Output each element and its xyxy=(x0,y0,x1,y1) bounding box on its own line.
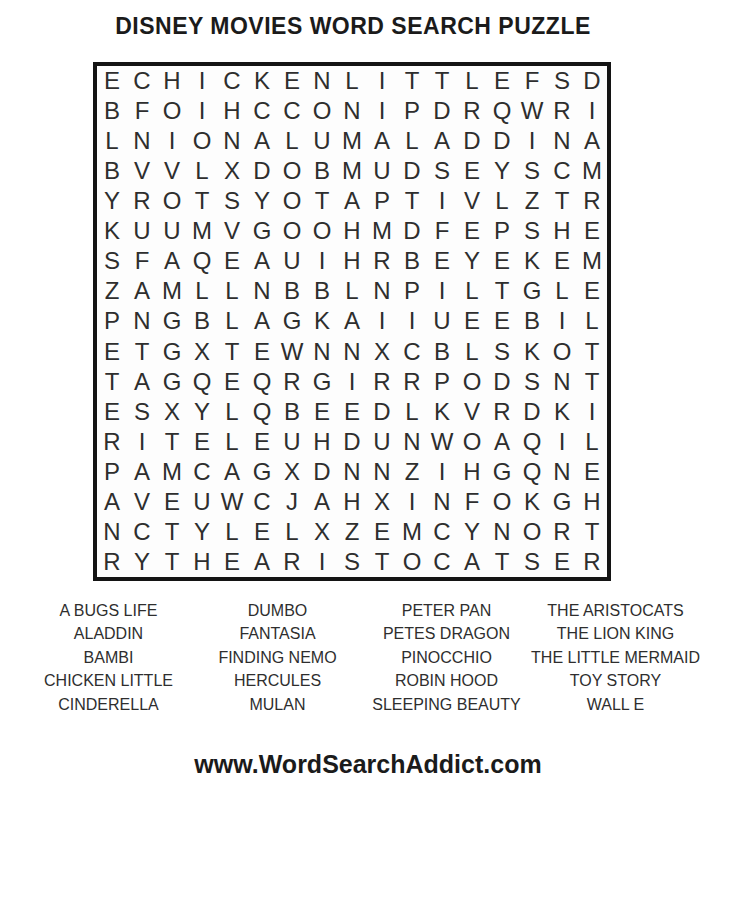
grid-cell-r15c8[interactable]: A xyxy=(307,487,337,517)
grid-cell-r7c1[interactable]: S xyxy=(97,246,127,276)
grid-cell-r6c4[interactable]: M xyxy=(187,216,217,246)
grid-cell-r7c13[interactable]: Y xyxy=(457,246,487,276)
grid-cell-r9c17[interactable]: L xyxy=(577,306,607,336)
grid-cell-r5c1[interactable]: Y xyxy=(97,186,127,216)
grid-cell-r10c5[interactable]: T xyxy=(217,337,247,367)
grid-cell-r1c5[interactable]: C xyxy=(217,66,247,96)
grid-cell-r17c10[interactable]: T xyxy=(367,547,397,577)
grid-cell-r4c5[interactable]: X xyxy=(217,156,247,186)
grid-cell-r12c8[interactable]: E xyxy=(307,397,337,427)
grid-cell-r16c11[interactable]: M xyxy=(397,517,427,547)
grid-cell-r6c11[interactable]: D xyxy=(397,216,427,246)
grid-cell-r16c14[interactable]: N xyxy=(487,517,517,547)
grid-cell-r2c9[interactable]: N xyxy=(337,96,367,126)
grid-cell-r6c2[interactable]: U xyxy=(127,216,157,246)
grid-cell-r13c13[interactable]: O xyxy=(457,427,487,457)
grid-cell-r14c6[interactable]: G xyxy=(247,457,277,487)
grid-cell-r6c7[interactable]: O xyxy=(277,216,307,246)
grid-cell-r3c14[interactable]: D xyxy=(487,126,517,156)
grid-cell-r10c14[interactable]: S xyxy=(487,337,517,367)
grid-cell-r8c15[interactable]: G xyxy=(517,276,547,306)
grid-cell-r10c16[interactable]: O xyxy=(547,337,577,367)
grid-cell-r9c12[interactable]: U xyxy=(427,306,457,336)
grid-cell-r17c9[interactable]: S xyxy=(337,547,367,577)
grid-cell-r13c4[interactable]: E xyxy=(187,427,217,457)
grid-cell-r7c16[interactable]: E xyxy=(547,246,577,276)
grid-cell-r16c13[interactable]: Y xyxy=(457,517,487,547)
grid-cell-r11c7[interactable]: R xyxy=(277,367,307,397)
grid-cell-r9c4[interactable]: B xyxy=(187,306,217,336)
grid-cell-r1c9[interactable]: L xyxy=(337,66,367,96)
grid-cell-r14c9[interactable]: N xyxy=(337,457,367,487)
grid-cell-r12c2[interactable]: S xyxy=(127,397,157,427)
grid-cell-r7c9[interactable]: H xyxy=(337,246,367,276)
grid-cell-r12c13[interactable]: V xyxy=(457,397,487,427)
grid-cell-r5c13[interactable]: V xyxy=(457,186,487,216)
word-item: HERCULES xyxy=(193,669,362,692)
word-item: PETES DRAGON xyxy=(362,622,531,645)
grid-cell-r15c10[interactable]: X xyxy=(367,487,397,517)
grid-cell-r15c12[interactable]: N xyxy=(427,487,457,517)
grid-cell-r10c17[interactable]: T xyxy=(577,337,607,367)
grid-cell-r4c15[interactable]: S xyxy=(517,156,547,186)
grid-cell-r17c11[interactable]: O xyxy=(397,547,427,577)
grid-cell-r7c7[interactable]: U xyxy=(277,246,307,276)
grid-cell-r13c9[interactable]: D xyxy=(337,427,367,457)
grid-cell-r13c11[interactable]: N xyxy=(397,427,427,457)
grid-cell-r1c10[interactable]: I xyxy=(367,66,397,96)
grid-cell-r3c1[interactable]: L xyxy=(97,126,127,156)
grid-cell-r13c5[interactable]: L xyxy=(217,427,247,457)
grid-cell-r10c9[interactable]: N xyxy=(337,337,367,367)
grid-cell-r15c2[interactable]: V xyxy=(127,487,157,517)
grid-cell-r17c5[interactable]: E xyxy=(217,547,247,577)
grid-cell-r2c6[interactable]: C xyxy=(247,96,277,126)
grid-cell-r12c12[interactable]: K xyxy=(427,397,457,427)
grid-cell-r4c11[interactable]: D xyxy=(397,156,427,186)
grid-cell-r6c8[interactable]: O xyxy=(307,216,337,246)
grid-cell-r4c2[interactable]: V xyxy=(127,156,157,186)
grid-cell-r1c6[interactable]: K xyxy=(247,66,277,96)
grid-cell-r11c14[interactable]: D xyxy=(487,367,517,397)
grid-cell-r9c13[interactable]: E xyxy=(457,306,487,336)
grid-cell-r10c6[interactable]: E xyxy=(247,337,277,367)
grid-cell-r2c5[interactable]: H xyxy=(217,96,247,126)
grid-cell-r7c3[interactable]: A xyxy=(157,246,187,276)
grid-cell-r8c10[interactable]: N xyxy=(367,276,397,306)
grid-cell-r1c4[interactable]: I xyxy=(187,66,217,96)
grid-cell-r15c3[interactable]: E xyxy=(157,487,187,517)
grid-cell-r17c17[interactable]: R xyxy=(577,547,607,577)
grid-cell-r14c11[interactable]: Z xyxy=(397,457,427,487)
grid-cell-r15c7[interactable]: J xyxy=(277,487,307,517)
grid-cell-r12c3[interactable]: X xyxy=(157,397,187,427)
grid-cell-r4c10[interactable]: U xyxy=(367,156,397,186)
grid-cell-r14c10[interactable]: N xyxy=(367,457,397,487)
grid-cell-r3c9[interactable]: M xyxy=(337,126,367,156)
grid-cell-r16c2[interactable]: C xyxy=(127,517,157,547)
grid-cell-r4c9[interactable]: M xyxy=(337,156,367,186)
grid-cell-r4c7[interactable]: O xyxy=(277,156,307,186)
grid-cell-r5c3[interactable]: O xyxy=(157,186,187,216)
grid-cell-r16c10[interactable]: E xyxy=(367,517,397,547)
grid-cell-r7c8[interactable]: I xyxy=(307,246,337,276)
grid-cell-r11c3[interactable]: G xyxy=(157,367,187,397)
grid-cell-r2c16[interactable]: R xyxy=(547,96,577,126)
word-item: TOY STORY xyxy=(531,669,700,692)
grid-cell-r9c16[interactable]: I xyxy=(547,306,577,336)
grid-cell-r14c7[interactable]: X xyxy=(277,457,307,487)
grid-cell-r14c8[interactable]: D xyxy=(307,457,337,487)
word-list-column-2: DUMBOFANTASIAFINDING NEMOHERCULESMULAN xyxy=(193,599,362,716)
grid-cell-r14c3[interactable]: M xyxy=(157,457,187,487)
grid-cell-r6c10[interactable]: M xyxy=(367,216,397,246)
grid-cell-r12c5[interactable]: L xyxy=(217,397,247,427)
grid-cell-r2c14[interactable]: Q xyxy=(487,96,517,126)
grid-cell-r6c17[interactable]: E xyxy=(577,216,607,246)
grid-cell-r5c4[interactable]: T xyxy=(187,186,217,216)
grid-cell-r12c16[interactable]: K xyxy=(547,397,577,427)
grid-cell-r14c1[interactable]: P xyxy=(97,457,127,487)
grid-cell-r10c7[interactable]: W xyxy=(277,337,307,367)
grid-cell-r7c6[interactable]: A xyxy=(247,246,277,276)
grid-cell-r9c15[interactable]: B xyxy=(517,306,547,336)
grid-cell-r15c15[interactable]: K xyxy=(517,487,547,517)
grid-cell-r9c5[interactable]: L xyxy=(217,306,247,336)
grid-cell-r16c16[interactable]: R xyxy=(547,517,577,547)
grid-cell-r1c14[interactable]: E xyxy=(487,66,517,96)
grid-cell-r15c11[interactable]: I xyxy=(397,487,427,517)
grid-cell-r12c10[interactable]: D xyxy=(367,397,397,427)
grid-cell-r8c3[interactable]: M xyxy=(157,276,187,306)
grid-cell-r8c8[interactable]: B xyxy=(307,276,337,306)
grid-cell-r15c17[interactable]: H xyxy=(577,487,607,517)
grid-cell-r2c15[interactable]: W xyxy=(517,96,547,126)
grid-cell-r17c2[interactable]: Y xyxy=(127,547,157,577)
word-item: CHICKEN LITTLE xyxy=(24,669,193,692)
grid-cell-r8c4[interactable]: L xyxy=(187,276,217,306)
grid-cell-r2c13[interactable]: R xyxy=(457,96,487,126)
grid-cell-r13c6[interactable]: E xyxy=(247,427,277,457)
grid-cell-r8c7[interactable]: B xyxy=(277,276,307,306)
grid-cell-r3c2[interactable]: N xyxy=(127,126,157,156)
grid-cell-r3c8[interactable]: U xyxy=(307,126,337,156)
grid-cell-r11c8[interactable]: G xyxy=(307,367,337,397)
grid-cell-r11c13[interactable]: O xyxy=(457,367,487,397)
grid-cell-r3c7[interactable]: L xyxy=(277,126,307,156)
grid-cell-r15c6[interactable]: C xyxy=(247,487,277,517)
grid-cell-r13c16[interactable]: I xyxy=(547,427,577,457)
grid-cell-r17c7[interactable]: R xyxy=(277,547,307,577)
grid-cell-r8c16[interactable]: L xyxy=(547,276,577,306)
grid-cell-r14c12[interactable]: I xyxy=(427,457,457,487)
grid-cell-r11c9[interactable]: I xyxy=(337,367,367,397)
grid-cell-r4c4[interactable]: L xyxy=(187,156,217,186)
grid-cell-r13c14[interactable]: A xyxy=(487,427,517,457)
grid-cell-r9c1[interactable]: P xyxy=(97,306,127,336)
grid-cell-r17c8[interactable]: I xyxy=(307,547,337,577)
grid-cell-r2c17[interactable]: I xyxy=(577,96,607,126)
grid-cell-r11c15[interactable]: S xyxy=(517,367,547,397)
grid-cell-r17c16[interactable]: E xyxy=(547,547,577,577)
grid-cell-r4c3[interactable]: V xyxy=(157,156,187,186)
grid-cell-r5c8[interactable]: T xyxy=(307,186,337,216)
grid-cell-r12c7[interactable]: B xyxy=(277,397,307,427)
grid-cell-r14c17[interactable]: E xyxy=(577,457,607,487)
grid-cell-r10c10[interactable]: X xyxy=(367,337,397,367)
grid-cell-r10c4[interactable]: X xyxy=(187,337,217,367)
grid-cell-r7c14[interactable]: E xyxy=(487,246,517,276)
grid-cell-r10c3[interactable]: G xyxy=(157,337,187,367)
grid-cell-r1c2[interactable]: C xyxy=(127,66,157,96)
grid-cell-r17c6[interactable]: A xyxy=(247,547,277,577)
grid-cell-r6c3[interactable]: U xyxy=(157,216,187,246)
grid-cell-r4c13[interactable]: E xyxy=(457,156,487,186)
grid-cell-r4c17[interactable]: M xyxy=(577,156,607,186)
grid-cell-r13c7[interactable]: U xyxy=(277,427,307,457)
grid-cell-r2c10[interactable]: I xyxy=(367,96,397,126)
grid-cell-r16c7[interactable]: L xyxy=(277,517,307,547)
grid-cell-r6c13[interactable]: E xyxy=(457,216,487,246)
grid-cell-r15c9[interactable]: H xyxy=(337,487,367,517)
grid-cell-r8c9[interactable]: L xyxy=(337,276,367,306)
grid-cell-r9c9[interactable]: A xyxy=(337,306,367,336)
grid-cell-r13c8[interactable]: H xyxy=(307,427,337,457)
grid-cell-r11c1[interactable]: T xyxy=(97,367,127,397)
grid-cell-r2c11[interactable]: P xyxy=(397,96,427,126)
word-item: PETER PAN xyxy=(362,599,531,622)
grid-cell-r11c11[interactable]: R xyxy=(397,367,427,397)
grid-cell-r8c17[interactable]: E xyxy=(577,276,607,306)
grid-cell-r3c12[interactable]: A xyxy=(427,126,457,156)
grid-cell-r8c2[interactable]: A xyxy=(127,276,157,306)
grid-cell-r10c13[interactable]: L xyxy=(457,337,487,367)
grid-cell-r14c16[interactable]: N xyxy=(547,457,577,487)
grid-cell-r15c14[interactable]: O xyxy=(487,487,517,517)
grid-cell-r11c12[interactable]: P xyxy=(427,367,457,397)
grid-cell-r16c17[interactable]: T xyxy=(577,517,607,547)
grid-cell-r1c3[interactable]: H xyxy=(157,66,187,96)
grid-cell-r7c11[interactable]: B xyxy=(397,246,427,276)
grid-cell-r8c1[interactable]: Z xyxy=(97,276,127,306)
grid-cell-r4c6[interactable]: D xyxy=(247,156,277,186)
grid-cell-r7c4[interactable]: Q xyxy=(187,246,217,276)
grid-cell-r12c6[interactable]: Q xyxy=(247,397,277,427)
grid-cell-r14c15[interactable]: Q xyxy=(517,457,547,487)
grid-cell-r10c12[interactable]: B xyxy=(427,337,457,367)
grid-cell-r2c3[interactable]: O xyxy=(157,96,187,126)
grid-cell-r1c7[interactable]: E xyxy=(277,66,307,96)
grid-cell-r8c13[interactable]: L xyxy=(457,276,487,306)
grid-cell-r1c11[interactable]: T xyxy=(397,66,427,96)
grid-cell-r2c8[interactable]: O xyxy=(307,96,337,126)
grid-cell-r4c8[interactable]: B xyxy=(307,156,337,186)
grid-cell-r13c1[interactable]: R xyxy=(97,427,127,457)
grid-cell-r2c7[interactable]: C xyxy=(277,96,307,126)
grid-cell-r1c16[interactable]: S xyxy=(547,66,577,96)
grid-cell-r12c11[interactable]: L xyxy=(397,397,427,427)
grid-cell-r11c5[interactable]: E xyxy=(217,367,247,397)
grid-cell-r1c13[interactable]: L xyxy=(457,66,487,96)
grid-cell-r12c17[interactable]: I xyxy=(577,397,607,427)
grid-cell-r3c15[interactable]: I xyxy=(517,126,547,156)
grid-cell-r5c2[interactable]: R xyxy=(127,186,157,216)
grid-cell-r15c4[interactable]: U xyxy=(187,487,217,517)
grid-cell-r16c6[interactable]: E xyxy=(247,517,277,547)
grid-cell-r16c12[interactable]: C xyxy=(427,517,457,547)
grid-cell-r5c5[interactable]: S xyxy=(217,186,247,216)
grid-cell-r13c10[interactable]: U xyxy=(367,427,397,457)
grid-cell-r5c12[interactable]: I xyxy=(427,186,457,216)
grid-cell-r7c17[interactable]: M xyxy=(577,246,607,276)
grid-cell-r16c9[interactable]: Z xyxy=(337,517,367,547)
grid-cell-r3c17[interactable]: A xyxy=(577,126,607,156)
grid-cell-r15c13[interactable]: F xyxy=(457,487,487,517)
grid-cell-r6c6[interactable]: G xyxy=(247,216,277,246)
grid-cell-r12c9[interactable]: E xyxy=(337,397,367,427)
grid-cell-r1c15[interactable]: F xyxy=(517,66,547,96)
grid-cell-r7c12[interactable]: E xyxy=(427,246,457,276)
grid-cell-r5c14[interactable]: L xyxy=(487,186,517,216)
grid-cell-r17c15[interactable]: S xyxy=(517,547,547,577)
word-item: WALL E xyxy=(531,693,700,716)
grid-cell-r4c16[interactable]: C xyxy=(547,156,577,186)
grid-cell-r5c11[interactable]: T xyxy=(397,186,427,216)
grid-cell-r4c1[interactable]: B xyxy=(97,156,127,186)
word-item: CINDERELLA xyxy=(24,693,193,716)
grid-cell-r11c17[interactable]: T xyxy=(577,367,607,397)
grid-cell-r5c7[interactable]: O xyxy=(277,186,307,216)
grid-cell-r2c1[interactable]: B xyxy=(97,96,127,126)
grid-cell-r7c2[interactable]: F xyxy=(127,246,157,276)
grid-cell-r9c3[interactable]: G xyxy=(157,306,187,336)
grid-cell-r11c2[interactable]: A xyxy=(127,367,157,397)
grid-cell-r16c15[interactable]: O xyxy=(517,517,547,547)
grid-cell-r2c4[interactable]: I xyxy=(187,96,217,126)
grid-cell-r3c4[interactable]: O xyxy=(187,126,217,156)
grid-cell-r9c8[interactable]: K xyxy=(307,306,337,336)
grid-cell-r9c10[interactable]: I xyxy=(367,306,397,336)
grid-cell-r16c4[interactable]: Y xyxy=(187,517,217,547)
grid-cell-r5c9[interactable]: A xyxy=(337,186,367,216)
grid-cell-r15c16[interactable]: G xyxy=(547,487,577,517)
grid-cell-r15c1[interactable]: A xyxy=(97,487,127,517)
grid-cell-r9c6[interactable]: A xyxy=(247,306,277,336)
grid-cell-r16c8[interactable]: X xyxy=(307,517,337,547)
grid-cell-r4c12[interactable]: S xyxy=(427,156,457,186)
grid-cell-r8c12[interactable]: I xyxy=(427,276,457,306)
grid-cell-r3c11[interactable]: L xyxy=(397,126,427,156)
grid-cell-r16c5[interactable]: L xyxy=(217,517,247,547)
grid-cell-r13c2[interactable]: I xyxy=(127,427,157,457)
grid-cell-r1c1[interactable]: E xyxy=(97,66,127,96)
grid-cell-r8c14[interactable]: T xyxy=(487,276,517,306)
grid-cell-r16c1[interactable]: N xyxy=(97,517,127,547)
grid-cell-r2c2[interactable]: F xyxy=(127,96,157,126)
grid-cell-r5c6[interactable]: Y xyxy=(247,186,277,216)
grid-cell-r10c8[interactable]: N xyxy=(307,337,337,367)
grid-cell-r9c7[interactable]: G xyxy=(277,306,307,336)
grid-cell-r3c13[interactable]: D xyxy=(457,126,487,156)
grid-cell-r14c4[interactable]: C xyxy=(187,457,217,487)
grid-cell-r11c6[interactable]: Q xyxy=(247,367,277,397)
grid-cell-r9c2[interactable]: N xyxy=(127,306,157,336)
grid-cell-r12c1[interactable]: E xyxy=(97,397,127,427)
grid-cell-r15c5[interactable]: W xyxy=(217,487,247,517)
grid-cell-r12c15[interactable]: D xyxy=(517,397,547,427)
grid-cell-r17c12[interactable]: C xyxy=(427,547,457,577)
grid-cell-r17c14[interactable]: T xyxy=(487,547,517,577)
grid-cell-r9c11[interactable]: I xyxy=(397,306,427,336)
grid-cell-r2c12[interactable]: D xyxy=(427,96,457,126)
grid-cell-r4c14[interactable]: Y xyxy=(487,156,517,186)
grid-cell-r6c16[interactable]: H xyxy=(547,216,577,246)
grid-cell-r10c15[interactable]: K xyxy=(517,337,547,367)
grid-cell-r10c11[interactable]: C xyxy=(397,337,427,367)
grid-cell-r8c11[interactable]: P xyxy=(397,276,427,306)
grid-cell-r11c10[interactable]: R xyxy=(367,367,397,397)
grid-cell-r13c12[interactable]: W xyxy=(427,427,457,457)
grid-cell-r1c12[interactable]: T xyxy=(427,66,457,96)
grid-cell-r3c16[interactable]: N xyxy=(547,126,577,156)
grid-cell-r16c3[interactable]: T xyxy=(157,517,187,547)
grid-cell-r11c16[interactable]: N xyxy=(547,367,577,397)
grid-cell-r10c1[interactable]: E xyxy=(97,337,127,367)
grid-cell-r7c15[interactable]: K xyxy=(517,246,547,276)
word-item: THE ARISTOCATS xyxy=(531,599,700,622)
grid-cell-r14c14[interactable]: G xyxy=(487,457,517,487)
grid-cell-r8c5[interactable]: L xyxy=(217,276,247,306)
grid-cell-r13c15[interactable]: Q xyxy=(517,427,547,457)
grid-cell-r3c5[interactable]: N xyxy=(217,126,247,156)
grid-cell-r6c1[interactable]: K xyxy=(97,216,127,246)
grid-cell-r5c16[interactable]: T xyxy=(547,186,577,216)
grid-cell-r1c17[interactable]: D xyxy=(577,66,607,96)
grid-cell-r6c12[interactable]: F xyxy=(427,216,457,246)
word-search-page: DISNEY MOVIES WORD SEARCH PUZZLE ECHICKE… xyxy=(0,0,736,920)
grid-cell-r14c2[interactable]: A xyxy=(127,457,157,487)
grid-cell-r17c4[interactable]: H xyxy=(187,547,217,577)
grid-cell-r5c17[interactable]: R xyxy=(577,186,607,216)
grid-cell-r7c5[interactable]: E xyxy=(217,246,247,276)
grid-cell-r13c3[interactable]: T xyxy=(157,427,187,457)
grid-cell-r6c15[interactable]: S xyxy=(517,216,547,246)
grid-cell-r13c17[interactable]: L xyxy=(577,427,607,457)
grid-cell-r7c10[interactable]: R xyxy=(367,246,397,276)
grid-cell-r5c15[interactable]: Z xyxy=(517,186,547,216)
grid-cell-r3c6[interactable]: A xyxy=(247,126,277,156)
grid-cell-r5c10[interactable]: P xyxy=(367,186,397,216)
grid-cell-r14c13[interactable]: H xyxy=(457,457,487,487)
grid-cell-r9c14[interactable]: E xyxy=(487,306,517,336)
grid-cell-r6c14[interactable]: P xyxy=(487,216,517,246)
grid-cell-r6c5[interactable]: V xyxy=(217,216,247,246)
grid-cell-r17c3[interactable]: T xyxy=(157,547,187,577)
grid-cell-r11c4[interactable]: Q xyxy=(187,367,217,397)
grid-cell-r12c14[interactable]: R xyxy=(487,397,517,427)
grid-cell-r14c5[interactable]: A xyxy=(217,457,247,487)
grid-cell-r1c8[interactable]: N xyxy=(307,66,337,96)
grid-cell-r17c1[interactable]: R xyxy=(97,547,127,577)
grid-cell-r6c9[interactable]: H xyxy=(337,216,367,246)
grid-cell-r3c3[interactable]: I xyxy=(157,126,187,156)
grid-cell-r10c2[interactable]: T xyxy=(127,337,157,367)
grid-cell-r12c4[interactable]: Y xyxy=(187,397,217,427)
grid-cell-r17c13[interactable]: A xyxy=(457,547,487,577)
grid-cell-r3c10[interactable]: A xyxy=(367,126,397,156)
grid-cell-r8c6[interactable]: N xyxy=(247,276,277,306)
word-item: PINOCCHIO xyxy=(362,646,531,669)
